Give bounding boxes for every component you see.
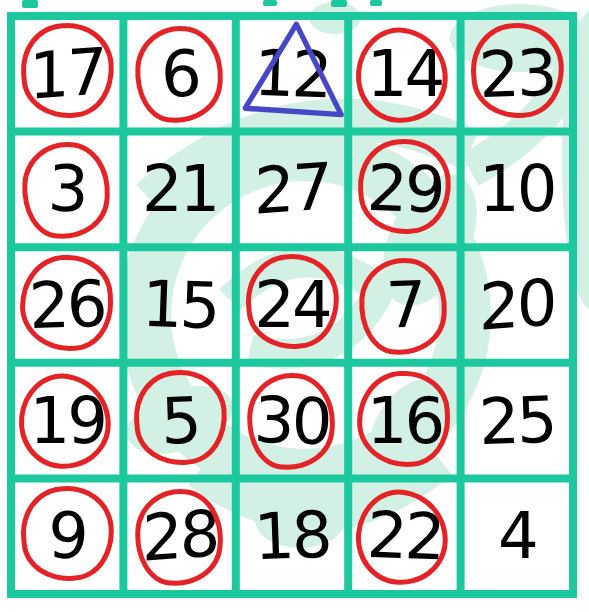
cell-number: 19 (29, 389, 104, 453)
cell-number: 17 (30, 39, 105, 108)
cell-number: 28 (142, 501, 217, 570)
grid-cell[interactable]: 19 (15, 367, 119, 475)
grid-cell[interactable]: 24 (240, 251, 344, 359)
cell-number: 16 (367, 389, 442, 453)
grid-cell[interactable]: 16 (352, 367, 456, 475)
cell-number: 29 (366, 156, 444, 223)
grid-cell[interactable]: 6 (127, 20, 231, 128)
grid-cell[interactable]: 9 (15, 482, 119, 590)
grid-cell[interactable]: 5 (127, 367, 231, 475)
grid-cell[interactable]: 23 (465, 20, 569, 128)
grid-cell[interactable]: 17 (15, 20, 119, 128)
cell-number: 20 (479, 270, 554, 339)
drawing-canvas: 1761214233212729102615247201953016259281… (0, 0, 589, 612)
grid-cell[interactable]: 30 (240, 367, 344, 475)
grid-cell[interactable]: 20 (465, 251, 569, 359)
cell-number: 4 (498, 504, 536, 568)
cell-number: 6 (160, 41, 200, 106)
cell-number: 5 (160, 388, 200, 453)
cell-number: 27 (254, 155, 329, 224)
grid-cell[interactable]: 29 (352, 136, 456, 244)
cell-number: 12 (253, 41, 331, 108)
cell-number: 3 (47, 157, 87, 222)
grid-cell[interactable]: 28 (127, 482, 231, 590)
grid-cell[interactable]: 14 (352, 20, 456, 128)
cell-number: 26 (28, 272, 106, 339)
grid-cell[interactable]: 22 (352, 482, 456, 590)
paint-smudge (370, 0, 382, 6)
grid-cell[interactable]: 10 (465, 136, 569, 244)
cell-number: 14 (367, 42, 442, 106)
cell-number: 21 (142, 157, 217, 221)
cell-number: 23 (478, 41, 556, 108)
cell-number: 25 (478, 387, 556, 454)
grid-cell[interactable]: 3 (15, 136, 119, 244)
cell-number: 15 (141, 272, 219, 339)
grid-cell[interactable]: 4 (465, 482, 569, 590)
bingo-board: 1761214233212729102615247201953016259281… (7, 12, 577, 598)
paint-smudge (331, 0, 347, 7)
grid-cell[interactable]: 7 (352, 251, 456, 359)
cell-number: 18 (253, 503, 331, 570)
cell-number: 22 (366, 503, 444, 570)
grid-cell[interactable]: 27 (240, 136, 344, 244)
grid-cell[interactable]: 18 (240, 482, 344, 590)
paint-smudge (22, 0, 38, 8)
grid-cell[interactable]: 25 (465, 367, 569, 475)
cell-number: 30 (253, 387, 331, 454)
grid-cell[interactable]: 12 (240, 20, 344, 128)
paint-smudge (263, 0, 277, 6)
grid-cell[interactable]: 15 (127, 251, 231, 359)
cell-number: 7 (384, 272, 424, 337)
cell-number: 10 (479, 157, 554, 221)
grid-cell[interactable]: 21 (127, 136, 231, 244)
cell-number: 24 (254, 273, 329, 337)
grid-cell[interactable]: 26 (15, 251, 119, 359)
cell-number: 9 (47, 504, 87, 569)
